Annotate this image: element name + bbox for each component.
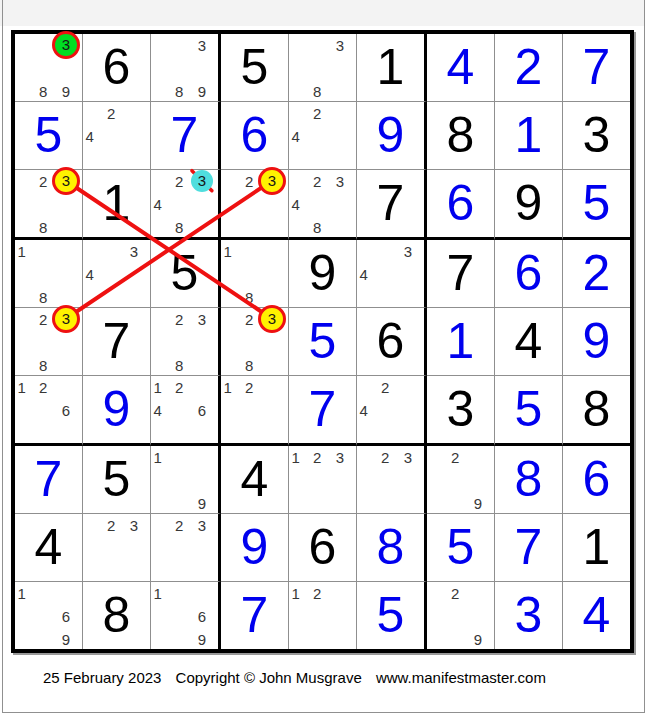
candidate-3-yellow-circle: 3 bbox=[258, 167, 286, 195]
candidate-2: 2 bbox=[313, 105, 321, 120]
candidate-2: 2 bbox=[313, 449, 321, 464]
cell-value: 4 bbox=[35, 521, 63, 571]
cell-r3c4[interactable]: 23 bbox=[221, 170, 289, 240]
candidate-9: 9 bbox=[198, 83, 206, 98]
cell-value: 2 bbox=[515, 41, 543, 91]
cell-r2c6[interactable]: 9 bbox=[357, 102, 427, 170]
cell-value: 9 bbox=[103, 383, 131, 433]
candidate-3: 3 bbox=[198, 517, 206, 532]
cell-value: 1 bbox=[377, 41, 405, 91]
cell-value: 8 bbox=[515, 453, 543, 503]
cell-r6c8[interactable]: 5 bbox=[495, 376, 563, 446]
candidate-1: 1 bbox=[154, 585, 162, 600]
candidate-1: 1 bbox=[224, 379, 232, 394]
cell-r1c3[interactable]: 389 bbox=[151, 34, 221, 102]
cell-r2c3[interactable]: 7 bbox=[151, 102, 221, 170]
candidate-2: 2 bbox=[245, 311, 253, 326]
cell-r1c9[interactable]: 7 bbox=[563, 34, 630, 102]
cell-r4c3[interactable]: 5 bbox=[151, 240, 221, 308]
cell-r7c3[interactable]: 19 bbox=[151, 446, 221, 514]
candidate-6: 6 bbox=[198, 402, 206, 417]
cell-r9c7[interactable]: 29 bbox=[427, 582, 495, 649]
cell-r9c4[interactable]: 7 bbox=[221, 582, 289, 649]
cell-r5c9[interactable]: 9 bbox=[563, 308, 630, 376]
candidate-4: 4 bbox=[292, 128, 300, 143]
cell-r4c8[interactable]: 6 bbox=[495, 240, 563, 308]
cell-r1c6[interactable]: 1 bbox=[357, 34, 427, 102]
candidate-1: 1 bbox=[18, 243, 26, 258]
candidate-6: 6 bbox=[198, 608, 206, 623]
candidate-3: 3 bbox=[404, 243, 412, 258]
cell-value: 9 bbox=[241, 521, 269, 571]
candidate-3-yellow-circle: 3 bbox=[52, 305, 80, 333]
candidate-4: 4 bbox=[360, 402, 368, 417]
cell-r4c6[interactable]: 34 bbox=[357, 240, 427, 308]
cell-r6c6[interactable]: 24 bbox=[357, 376, 427, 446]
candidate-2: 2 bbox=[313, 585, 321, 600]
cell-value: 4 bbox=[515, 315, 543, 365]
cell-value: 3 bbox=[515, 589, 543, 639]
cell-r5c2[interactable]: 7 bbox=[83, 308, 151, 376]
candidate-2: 2 bbox=[451, 585, 459, 600]
cell-r8c5[interactable]: 6 bbox=[289, 514, 357, 582]
candidate-3: 3 bbox=[198, 311, 206, 326]
cell-value: 7 bbox=[241, 589, 269, 639]
cell-r9c3[interactable]: 169 bbox=[151, 582, 221, 649]
candidate-2: 2 bbox=[381, 449, 389, 464]
cell-r4c2[interactable]: 34 bbox=[83, 240, 151, 308]
candidate-3: 3 bbox=[198, 37, 206, 52]
cell-r2c7[interactable]: 8 bbox=[427, 102, 495, 170]
cell-r5c1[interactable]: 238 bbox=[15, 308, 83, 376]
candidate-8: 8 bbox=[39, 83, 47, 98]
cell-r7c6[interactable]: 23 bbox=[357, 446, 427, 514]
candidate-9: 9 bbox=[474, 495, 482, 510]
candidate-2: 2 bbox=[175, 311, 183, 326]
cell-r8c4[interactable]: 9 bbox=[221, 514, 289, 582]
candidate-4: 4 bbox=[360, 266, 368, 281]
cell-r8c7[interactable]: 5 bbox=[427, 514, 495, 582]
cell-value: 2 bbox=[583, 247, 611, 297]
cell-value: 1 bbox=[103, 177, 131, 227]
cell-value: 7 bbox=[583, 41, 611, 91]
candidate-2: 2 bbox=[313, 173, 321, 188]
cell-r5c7[interactable]: 1 bbox=[427, 308, 495, 376]
cell-r9c5[interactable]: 12 bbox=[289, 582, 357, 649]
candidate-3: 3 bbox=[336, 173, 344, 188]
cell-r1c2[interactable]: 6 bbox=[83, 34, 151, 102]
cell-r9c9[interactable]: 4 bbox=[563, 582, 630, 649]
candidate-1: 1 bbox=[224, 243, 232, 258]
candidate-4: 4 bbox=[86, 266, 94, 281]
cell-value: 3 bbox=[583, 109, 611, 159]
footer-date: 25 February 2023 bbox=[43, 669, 161, 686]
cell-r7c5[interactable]: 123 bbox=[289, 446, 357, 514]
candidate-8: 8 bbox=[313, 219, 321, 234]
candidate-8: 8 bbox=[39, 289, 47, 304]
candidate-8: 8 bbox=[245, 289, 253, 304]
cell-r2c9[interactable]: 3 bbox=[563, 102, 630, 170]
cell-value: 7 bbox=[377, 177, 405, 227]
cell-value: 8 bbox=[103, 589, 131, 639]
cell-r9c8[interactable]: 3 bbox=[495, 582, 563, 649]
cell-value: 6 bbox=[447, 177, 475, 227]
cell-r3c2[interactable]: 1 bbox=[83, 170, 151, 240]
cell-value: 5 bbox=[171, 247, 199, 297]
cell-r8c6[interactable]: 8 bbox=[357, 514, 427, 582]
cell-value: 1 bbox=[583, 521, 611, 571]
candidate-9: 9 bbox=[62, 83, 70, 98]
candidate-3-yellow-circle: 3 bbox=[52, 167, 80, 195]
candidate-6: 6 bbox=[62, 402, 70, 417]
cell-r8c3[interactable]: 23 bbox=[151, 514, 221, 582]
cell-r3c7[interactable]: 6 bbox=[427, 170, 495, 240]
cell-value: 5 bbox=[447, 521, 475, 571]
cell-value: 8 bbox=[447, 109, 475, 159]
cell-value: 6 bbox=[309, 521, 337, 571]
cell-r6c4[interactable]: 12 bbox=[221, 376, 289, 446]
candidate-2: 2 bbox=[39, 173, 47, 188]
candidate-3: 3 bbox=[130, 243, 138, 258]
candidate-1: 1 bbox=[292, 585, 300, 600]
candidate-8: 8 bbox=[175, 219, 183, 234]
candidate-4: 4 bbox=[292, 196, 300, 211]
cell-r1c4[interactable]: 5 bbox=[221, 34, 289, 102]
cell-r9c1[interactable]: 169 bbox=[15, 582, 83, 649]
cell-r7c8[interactable]: 8 bbox=[495, 446, 563, 514]
cell-value: 9 bbox=[583, 315, 611, 365]
cell-value: 8 bbox=[377, 521, 405, 571]
candidate-3: 3 bbox=[336, 449, 344, 464]
candidate-4: 4 bbox=[154, 402, 162, 417]
candidate-3-cyan-circle: 3 bbox=[191, 170, 213, 192]
cell-value: 7 bbox=[35, 453, 63, 503]
cell-value: 5 bbox=[309, 315, 337, 365]
candidate-3: 3 bbox=[130, 517, 138, 532]
candidate-8: 8 bbox=[39, 219, 47, 234]
cell-value: 6 bbox=[583, 453, 611, 503]
candidate-9: 9 bbox=[474, 631, 482, 646]
cell-r3c3[interactable]: 2348 bbox=[151, 170, 221, 240]
cell-r7c2[interactable]: 5 bbox=[83, 446, 151, 514]
candidate-2: 2 bbox=[451, 449, 459, 464]
cell-value: 1 bbox=[447, 315, 475, 365]
cell-value: 1 bbox=[515, 109, 543, 159]
candidate-9: 9 bbox=[62, 631, 70, 646]
cell-value: 6 bbox=[515, 247, 543, 297]
cell-value: 5 bbox=[103, 453, 131, 503]
footer-copyright: Copyright © John Musgrave bbox=[176, 669, 362, 686]
cell-r4c4[interactable]: 18 bbox=[221, 240, 289, 308]
cell-r6c9[interactable]: 8 bbox=[563, 376, 630, 446]
window-frame-bottom bbox=[2, 712, 645, 713]
candidate-8: 8 bbox=[245, 357, 253, 372]
candidate-8: 8 bbox=[39, 357, 47, 372]
cell-value: 6 bbox=[241, 109, 269, 159]
cell-value: 6 bbox=[103, 41, 131, 91]
candidate-2: 2 bbox=[39, 311, 47, 326]
window-frame-right bbox=[644, 0, 645, 713]
cell-value: 7 bbox=[171, 109, 199, 159]
cell-r6c1[interactable]: 126 bbox=[15, 376, 83, 446]
candidate-4: 4 bbox=[86, 128, 94, 143]
cell-value: 8 bbox=[583, 383, 611, 433]
cell-value: 5 bbox=[515, 383, 543, 433]
candidate-6: 6 bbox=[62, 608, 70, 623]
candidate-1: 1 bbox=[154, 379, 162, 394]
candidate-1: 1 bbox=[18, 379, 26, 394]
candidate-2: 2 bbox=[245, 173, 253, 188]
cell-value: 5 bbox=[241, 41, 269, 91]
cell-value: 6 bbox=[377, 315, 405, 365]
candidate-2: 2 bbox=[107, 105, 115, 120]
candidate-3-yellow-circle: 3 bbox=[258, 305, 286, 333]
cell-value: 9 bbox=[515, 177, 543, 227]
candidate-1: 1 bbox=[292, 449, 300, 464]
candidate-2: 2 bbox=[39, 379, 47, 394]
cell-r6c3[interactable]: 1246 bbox=[151, 376, 221, 446]
candidate-1: 1 bbox=[154, 449, 162, 464]
cell-r8c9[interactable]: 1 bbox=[563, 514, 630, 582]
footer-website: www.manifestmaster.com bbox=[376, 669, 546, 686]
candidate-2: 2 bbox=[175, 173, 183, 188]
candidate-2: 2 bbox=[175, 379, 183, 394]
candidate-2: 2 bbox=[245, 379, 253, 394]
cell-r8c8[interactable]: 7 bbox=[495, 514, 563, 582]
cell-r4c9[interactable]: 2 bbox=[563, 240, 630, 308]
cell-r7c9[interactable]: 6 bbox=[563, 446, 630, 514]
cell-r2c5[interactable]: 24 bbox=[289, 102, 357, 170]
cell-r3c1[interactable]: 238 bbox=[15, 170, 83, 240]
cell-value: 4 bbox=[241, 453, 269, 503]
cell-value: 5 bbox=[377, 589, 405, 639]
cell-value: 4 bbox=[583, 589, 611, 639]
cell-r2c1[interactable]: 5 bbox=[15, 102, 83, 170]
cell-r6c2[interactable]: 9 bbox=[83, 376, 151, 446]
cell-r1c5[interactable]: 38 bbox=[289, 34, 357, 102]
cell-value: 5 bbox=[583, 177, 611, 227]
candidate-4: 4 bbox=[154, 196, 162, 211]
candidate-8: 8 bbox=[313, 83, 321, 98]
candidate-1: 1 bbox=[18, 585, 26, 600]
cell-r4c5[interactable]: 9 bbox=[289, 240, 357, 308]
cell-r7c1[interactable]: 7 bbox=[15, 446, 83, 514]
cell-r4c1[interactable]: 18 bbox=[15, 240, 83, 308]
candidate-2: 2 bbox=[175, 517, 183, 532]
cell-r5c3[interactable]: 238 bbox=[151, 308, 221, 376]
cell-r5c4[interactable]: 238 bbox=[221, 308, 289, 376]
candidate-2: 2 bbox=[381, 379, 389, 394]
candidate-9: 9 bbox=[198, 631, 206, 646]
cell-r3c9[interactable]: 5 bbox=[563, 170, 630, 240]
cell-r8c1[interactable]: 4 bbox=[15, 514, 83, 582]
cell-r3c6[interactable]: 7 bbox=[357, 170, 427, 240]
cell-r5c5[interactable]: 5 bbox=[289, 308, 357, 376]
cell-value: 7 bbox=[447, 247, 475, 297]
footer: 25 February 2023 Copyright © John Musgra… bbox=[43, 669, 556, 686]
cell-value: 9 bbox=[377, 109, 405, 159]
cell-value: 9 bbox=[309, 247, 337, 297]
cell-r6c5[interactable]: 7 bbox=[289, 376, 357, 446]
cell-r7c7[interactable]: 29 bbox=[427, 446, 495, 514]
cell-r5c8[interactable]: 4 bbox=[495, 308, 563, 376]
candidate-2: 2 bbox=[107, 517, 115, 532]
header-band bbox=[0, 0, 644, 26]
candidate-8: 8 bbox=[175, 83, 183, 98]
cell-r2c2[interactable]: 24 bbox=[83, 102, 151, 170]
candidate-3-green-circle: 3 bbox=[52, 31, 80, 59]
cell-r9c6[interactable]: 5 bbox=[357, 582, 427, 649]
cell-value: 7 bbox=[309, 383, 337, 433]
candidate-3: 3 bbox=[336, 37, 344, 52]
cell-r9c2[interactable]: 8 bbox=[83, 582, 151, 649]
cell-value: 5 bbox=[35, 109, 63, 159]
sudoku-board: 3896389538142752476249813238123482323487… bbox=[11, 30, 634, 653]
cell-r4c7[interactable]: 7 bbox=[427, 240, 495, 308]
cell-value: 4 bbox=[447, 41, 475, 91]
candidate-8: 8 bbox=[175, 357, 183, 372]
candidate-3: 3 bbox=[404, 449, 412, 464]
cell-value: 7 bbox=[103, 315, 131, 365]
cell-r7c4[interactable]: 4 bbox=[221, 446, 289, 514]
cell-r2c4[interactable]: 6 bbox=[221, 102, 289, 170]
cell-value: 7 bbox=[515, 521, 543, 571]
cell-r1c1[interactable]: 389 bbox=[15, 34, 83, 102]
cell-r2c8[interactable]: 1 bbox=[495, 102, 563, 170]
candidate-9: 9 bbox=[198, 495, 206, 510]
cell-r6c7[interactable]: 3 bbox=[427, 376, 495, 446]
cell-r1c7[interactable]: 4 bbox=[427, 34, 495, 102]
window-frame-left bbox=[2, 0, 3, 713]
cell-r8c2[interactable]: 23 bbox=[83, 514, 151, 582]
cell-value: 3 bbox=[447, 383, 475, 433]
cell-r3c8[interactable]: 9 bbox=[495, 170, 563, 240]
cell-r1c8[interactable]: 2 bbox=[495, 34, 563, 102]
cell-r5c6[interactable]: 6 bbox=[357, 308, 427, 376]
cell-r3c5[interactable]: 2348 bbox=[289, 170, 357, 240]
